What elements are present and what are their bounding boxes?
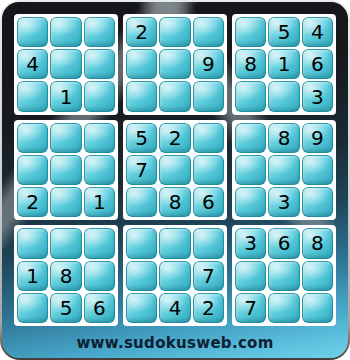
cell-r7c3[interactable]	[84, 228, 115, 258]
box-1: 41	[14, 14, 118, 115]
cell-r9c9[interactable]	[302, 293, 333, 323]
cell-r1c6[interactable]	[193, 17, 224, 47]
cell-r8c3[interactable]	[84, 261, 115, 291]
cell-r4c9[interactable]: 9	[302, 123, 333, 153]
sudoku-board: 4129548163215278689318567423687 www.sudo…	[0, 0, 350, 360]
cell-r5c6[interactable]	[193, 155, 224, 185]
cell-r4c6[interactable]	[193, 123, 224, 153]
box-9: 3687	[232, 225, 336, 326]
cell-r8c9[interactable]	[302, 261, 333, 291]
cell-r1c5[interactable]	[159, 17, 190, 47]
cell-r6c7[interactable]	[235, 187, 266, 217]
cell-r1c2[interactable]	[50, 17, 81, 47]
cell-r9c8[interactable]	[268, 293, 299, 323]
sudoku-app: 4129548163215278689318567423687 www.sudo…	[0, 0, 350, 360]
box-2: 29	[123, 14, 227, 115]
cell-r5c4[interactable]: 7	[126, 155, 157, 185]
cell-r3c2[interactable]: 1	[50, 81, 81, 111]
cell-r5c9[interactable]	[302, 155, 333, 185]
cell-r6c8[interactable]: 3	[268, 187, 299, 217]
cell-r3c1[interactable]	[17, 81, 48, 111]
cell-r6c1[interactable]: 2	[17, 187, 48, 217]
cell-r1c7[interactable]	[235, 17, 266, 47]
website-url: www.sudokusweb.com	[76, 334, 273, 352]
cell-r9c5[interactable]: 4	[159, 293, 190, 323]
cell-r2c8[interactable]: 1	[268, 49, 299, 79]
cell-r1c3[interactable]	[84, 17, 115, 47]
cell-r6c3[interactable]: 1	[84, 187, 115, 217]
cell-r4c1[interactable]	[17, 123, 48, 153]
cell-r3c4[interactable]	[126, 81, 157, 111]
box-3: 548163	[232, 14, 336, 115]
cell-r5c1[interactable]	[17, 155, 48, 185]
box-5: 52786	[123, 120, 227, 221]
cell-r5c5[interactable]	[159, 155, 190, 185]
cell-r5c2[interactable]	[50, 155, 81, 185]
cell-r1c4[interactable]: 2	[126, 17, 157, 47]
cell-r7c4[interactable]	[126, 228, 157, 258]
cell-r6c6[interactable]: 6	[193, 187, 224, 217]
cell-r7c7[interactable]: 3	[235, 228, 266, 258]
cell-r6c9[interactable]	[302, 187, 333, 217]
cell-r7c6[interactable]	[193, 228, 224, 258]
cell-r8c2[interactable]: 8	[50, 261, 81, 291]
cell-r3c5[interactable]	[159, 81, 190, 111]
cell-r4c7[interactable]	[235, 123, 266, 153]
cell-r8c4[interactable]	[126, 261, 157, 291]
cell-r5c7[interactable]	[235, 155, 266, 185]
cell-r4c8[interactable]: 8	[268, 123, 299, 153]
cell-r4c5[interactable]: 2	[159, 123, 190, 153]
cell-r1c1[interactable]	[17, 17, 48, 47]
cell-r2c9[interactable]: 6	[302, 49, 333, 79]
cell-r9c7[interactable]: 7	[235, 293, 266, 323]
cell-r8c5[interactable]	[159, 261, 190, 291]
cell-r6c4[interactable]	[126, 187, 157, 217]
sudoku-grid: 4129548163215278689318567423687	[14, 14, 336, 326]
cell-r7c9[interactable]: 8	[302, 228, 333, 258]
cell-r4c2[interactable]	[50, 123, 81, 153]
cell-r6c2[interactable]	[50, 187, 81, 217]
cell-r9c3[interactable]: 6	[84, 293, 115, 323]
cell-r9c4[interactable]	[126, 293, 157, 323]
cell-r3c3[interactable]	[84, 81, 115, 111]
cell-r8c6[interactable]: 7	[193, 261, 224, 291]
cell-r8c1[interactable]: 1	[17, 261, 48, 291]
cell-r2c6[interactable]: 9	[193, 49, 224, 79]
cell-r2c1[interactable]: 4	[17, 49, 48, 79]
cell-r9c2[interactable]: 5	[50, 293, 81, 323]
cell-r7c5[interactable]	[159, 228, 190, 258]
cell-r4c4[interactable]: 5	[126, 123, 157, 153]
footer-bar: www.sudokusweb.com	[2, 330, 348, 356]
cell-r1c8[interactable]: 5	[268, 17, 299, 47]
cell-r9c1[interactable]	[17, 293, 48, 323]
box-4: 21	[14, 120, 118, 221]
cell-r2c3[interactable]	[84, 49, 115, 79]
cell-r6c5[interactable]: 8	[159, 187, 190, 217]
cell-r2c4[interactable]	[126, 49, 157, 79]
cell-r1c9[interactable]: 4	[302, 17, 333, 47]
cell-r3c7[interactable]	[235, 81, 266, 111]
cell-r7c8[interactable]: 6	[268, 228, 299, 258]
board-frame: 4129548163215278689318567423687 www.sudo…	[2, 2, 348, 358]
cell-r5c3[interactable]	[84, 155, 115, 185]
cell-r2c5[interactable]	[159, 49, 190, 79]
cell-r2c7[interactable]: 8	[235, 49, 266, 79]
cell-r8c7[interactable]	[235, 261, 266, 291]
box-6: 893	[232, 120, 336, 221]
cell-r4c3[interactable]	[84, 123, 115, 153]
box-7: 1856	[14, 225, 118, 326]
cell-r5c8[interactable]	[268, 155, 299, 185]
cell-r3c8[interactable]	[268, 81, 299, 111]
cell-r9c6[interactable]: 2	[193, 293, 224, 323]
cell-r8c8[interactable]	[268, 261, 299, 291]
cell-r7c1[interactable]	[17, 228, 48, 258]
cell-r2c2[interactable]	[50, 49, 81, 79]
cell-r3c6[interactable]	[193, 81, 224, 111]
cell-r3c9[interactable]: 3	[302, 81, 333, 111]
box-8: 742	[123, 225, 227, 326]
cell-r7c2[interactable]	[50, 228, 81, 258]
